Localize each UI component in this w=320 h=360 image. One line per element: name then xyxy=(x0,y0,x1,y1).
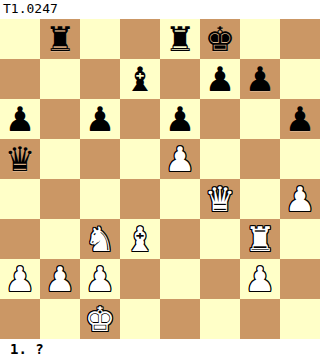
square-e8[interactable]: ♜ xyxy=(160,19,200,59)
square-e5[interactable]: ♟ xyxy=(160,139,200,179)
square-b4[interactable] xyxy=(40,179,80,219)
white-king: ♚ xyxy=(85,299,115,339)
square-g7[interactable]: ♟ xyxy=(240,59,280,99)
square-c2[interactable]: ♟ xyxy=(80,259,120,299)
square-f2[interactable] xyxy=(200,259,240,299)
white-pawn: ♟ xyxy=(165,139,195,179)
square-b7[interactable] xyxy=(40,59,80,99)
square-b1[interactable] xyxy=(40,299,80,339)
square-a1[interactable] xyxy=(0,299,40,339)
white-queen: ♛ xyxy=(205,179,235,219)
square-b5[interactable] xyxy=(40,139,80,179)
square-d3[interactable]: ♝ xyxy=(120,219,160,259)
square-a2[interactable]: ♟ xyxy=(0,259,40,299)
square-d1[interactable] xyxy=(120,299,160,339)
white-knight: ♞ xyxy=(85,219,115,259)
square-h3[interactable] xyxy=(280,219,320,259)
square-b6[interactable] xyxy=(40,99,80,139)
square-a5[interactable]: ♛ xyxy=(0,139,40,179)
square-e7[interactable] xyxy=(160,59,200,99)
black-pawn: ♟ xyxy=(285,99,315,139)
square-e2[interactable] xyxy=(160,259,200,299)
black-pawn: ♟ xyxy=(165,99,195,139)
square-f5[interactable] xyxy=(200,139,240,179)
square-d8[interactable] xyxy=(120,19,160,59)
white-bishop: ♝ xyxy=(125,219,155,259)
square-f6[interactable] xyxy=(200,99,240,139)
square-h8[interactable] xyxy=(280,19,320,59)
square-a8[interactable] xyxy=(0,19,40,59)
square-g8[interactable] xyxy=(240,19,280,59)
square-g5[interactable] xyxy=(240,139,280,179)
move-prompt: 1. ? xyxy=(0,339,320,359)
black-queen: ♛ xyxy=(5,139,35,179)
square-g6[interactable] xyxy=(240,99,280,139)
square-b3[interactable] xyxy=(40,219,80,259)
square-e4[interactable] xyxy=(160,179,200,219)
square-d5[interactable] xyxy=(120,139,160,179)
square-b2[interactable]: ♟ xyxy=(40,259,80,299)
square-f1[interactable] xyxy=(200,299,240,339)
black-rook: ♜ xyxy=(45,19,75,59)
chess-puzzle-app: T1.0247 ♜♜♚♝♟♟♟♟♟♟♛♟♛♟♞♝♜♟♟♟♟♚ 1. ? xyxy=(0,0,320,359)
square-h6[interactable]: ♟ xyxy=(280,99,320,139)
white-pawn: ♟ xyxy=(45,259,75,299)
square-a6[interactable]: ♟ xyxy=(0,99,40,139)
square-d2[interactable] xyxy=(120,259,160,299)
square-a3[interactable] xyxy=(0,219,40,259)
white-pawn: ♟ xyxy=(285,179,315,219)
square-g4[interactable] xyxy=(240,179,280,219)
black-bishop: ♝ xyxy=(125,59,155,99)
square-g2[interactable]: ♟ xyxy=(240,259,280,299)
square-b8[interactable]: ♜ xyxy=(40,19,80,59)
square-f8[interactable]: ♚ xyxy=(200,19,240,59)
square-c8[interactable] xyxy=(80,19,120,59)
square-f7[interactable]: ♟ xyxy=(200,59,240,99)
black-rook: ♜ xyxy=(165,19,195,59)
black-pawn: ♟ xyxy=(85,99,115,139)
square-a7[interactable] xyxy=(0,59,40,99)
white-pawn: ♟ xyxy=(245,259,275,299)
black-pawn: ♟ xyxy=(5,99,35,139)
square-h7[interactable] xyxy=(280,59,320,99)
square-d4[interactable] xyxy=(120,179,160,219)
square-c7[interactable] xyxy=(80,59,120,99)
square-h1[interactable] xyxy=(280,299,320,339)
square-f3[interactable] xyxy=(200,219,240,259)
white-pawn: ♟ xyxy=(5,259,35,299)
white-pawn: ♟ xyxy=(85,259,115,299)
square-g3[interactable]: ♜ xyxy=(240,219,280,259)
square-c4[interactable] xyxy=(80,179,120,219)
square-f4[interactable]: ♛ xyxy=(200,179,240,219)
chess-board: ♜♜♚♝♟♟♟♟♟♟♛♟♛♟♞♝♜♟♟♟♟♚ xyxy=(0,19,320,339)
square-a4[interactable] xyxy=(0,179,40,219)
square-g1[interactable] xyxy=(240,299,280,339)
square-h4[interactable]: ♟ xyxy=(280,179,320,219)
square-d7[interactable]: ♝ xyxy=(120,59,160,99)
white-rook: ♜ xyxy=(245,219,275,259)
square-e6[interactable]: ♟ xyxy=(160,99,200,139)
black-pawn: ♟ xyxy=(245,59,275,99)
black-king: ♚ xyxy=(205,19,235,59)
square-c3[interactable]: ♞ xyxy=(80,219,120,259)
square-c6[interactable]: ♟ xyxy=(80,99,120,139)
square-c1[interactable]: ♚ xyxy=(80,299,120,339)
square-d6[interactable] xyxy=(120,99,160,139)
square-e1[interactable] xyxy=(160,299,200,339)
puzzle-id: T1.0247 xyxy=(0,0,320,19)
square-e3[interactable] xyxy=(160,219,200,259)
square-h2[interactable] xyxy=(280,259,320,299)
black-pawn: ♟ xyxy=(205,59,235,99)
square-h5[interactable] xyxy=(280,139,320,179)
square-c5[interactable] xyxy=(80,139,120,179)
